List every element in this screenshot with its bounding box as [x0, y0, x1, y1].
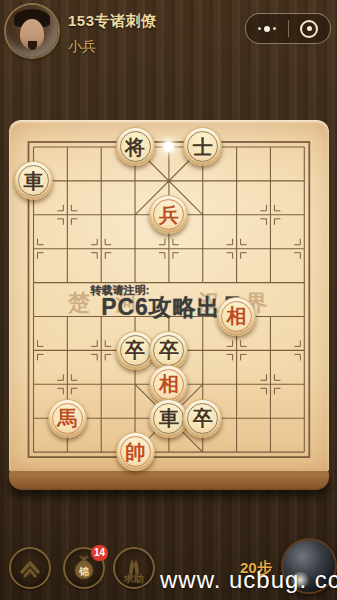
svg-text:锦: 锦 [78, 566, 89, 577]
piece-grid: 将士車兵相卒卒相馬車卒帥 [17, 130, 322, 469]
player-avatar [6, 5, 58, 57]
piece-black-将[interactable]: 将 [116, 127, 155, 166]
circle-dot-icon [300, 20, 318, 38]
piece-red-相[interactable]: 相 [149, 365, 188, 404]
piece-red-馬[interactable]: 馬 [48, 399, 87, 438]
three-dots-icon [258, 26, 276, 32]
piece-glyph: 卒 [187, 403, 218, 434]
piece-glyph: 相 [221, 301, 252, 332]
level-title: 153专诸刺僚 [68, 12, 157, 31]
wechat-capsule [245, 13, 331, 44]
site-watermark: www. ucbug. cc [160, 566, 337, 594]
collapse-button[interactable] [9, 547, 51, 589]
piece-black-士[interactable]: 士 [183, 127, 222, 166]
piece-glyph: 卒 [120, 335, 151, 366]
piece-glyph: 車 [153, 403, 184, 434]
last-move-marker [164, 142, 173, 151]
piece-red-兵[interactable]: 兵 [149, 195, 188, 234]
piece-black-車[interactable]: 車 [14, 161, 53, 200]
avatar-beard [28, 41, 37, 50]
more-button[interactable] [246, 14, 288, 43]
piece-glyph: 馬 [52, 403, 83, 434]
piece-glyph: 兵 [153, 199, 184, 230]
help-button[interactable]: 求助 [113, 547, 155, 589]
hint-bag-button[interactable]: 锦 14 [63, 547, 105, 589]
hint-count-badge: 14 [91, 545, 108, 561]
top-bar: 153专诸刺僚 小兵 [0, 0, 337, 62]
piece-glyph: 帥 [120, 436, 151, 467]
chevron-up-icon [17, 555, 43, 581]
piece-black-卒[interactable]: 卒 [149, 331, 188, 370]
piece-black-卒[interactable]: 卒 [183, 399, 222, 438]
app-screen: 153专诸刺僚 小兵 楚 河 汉 界 转载请注明: PC6攻略出品 将士車兵相卒… [0, 0, 337, 600]
piece-glyph: 将 [120, 131, 151, 162]
level-subtitle: 小兵 [68, 38, 157, 56]
piece-glyph: 卒 [153, 335, 184, 366]
piece-red-相[interactable]: 相 [217, 297, 256, 336]
piece-glyph: 士 [187, 131, 218, 162]
board-front-edge [9, 471, 329, 490]
title-block: 153专诸刺僚 小兵 [68, 12, 157, 56]
help-label: 求助 [115, 572, 153, 586]
close-button[interactable] [289, 14, 331, 43]
piece-glyph: 相 [153, 369, 184, 400]
piece-glyph: 車 [18, 165, 49, 196]
piece-red-帥[interactable]: 帥 [116, 432, 155, 471]
